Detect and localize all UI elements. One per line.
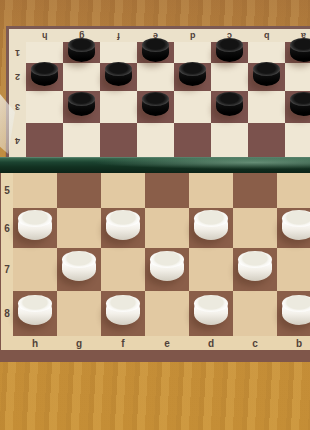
- square-c3[interactable]: [211, 91, 248, 123]
- file-label-text: h: [32, 338, 38, 349]
- file-label-text: c: [252, 338, 258, 349]
- square-h4[interactable]: [26, 123, 63, 158]
- square-g7[interactable]: [57, 248, 101, 291]
- rank-label-7: 7: [1, 248, 13, 291]
- board-grid-ranks-5-8: 5678hgfedcba: [1, 172, 310, 350]
- square-b8[interactable]: [277, 291, 310, 336]
- file-label-c: c: [233, 336, 277, 350]
- square-a1[interactable]: [285, 42, 310, 63]
- file-label-text: b: [264, 31, 270, 41]
- file-label-text: f: [117, 31, 120, 41]
- file-label-f: f: [101, 336, 145, 350]
- piece-white[interactable]: [282, 212, 310, 240]
- piece-white[interactable]: [106, 297, 140, 325]
- square-h2[interactable]: [26, 63, 63, 91]
- piece-black[interactable]: [216, 40, 243, 62]
- square-b3[interactable]: [248, 91, 285, 123]
- board-top-half: hgfedcba1234: [6, 26, 310, 161]
- square-h6[interactable]: [13, 208, 57, 248]
- file-label-text: f: [121, 338, 124, 349]
- square-g6[interactable]: [57, 208, 101, 248]
- square-e7[interactable]: [145, 248, 189, 291]
- piece-black[interactable]: [105, 64, 132, 86]
- square-d6[interactable]: [189, 208, 233, 248]
- file-label-h: h: [13, 336, 57, 350]
- square-f3[interactable]: [100, 91, 137, 123]
- board-bottom-half: 5678hgfedcba: [0, 172, 310, 362]
- square-a4[interactable]: [285, 123, 310, 158]
- square-g4[interactable]: [63, 123, 100, 158]
- square-g3[interactable]: [63, 91, 100, 123]
- square-c7[interactable]: [233, 248, 277, 291]
- piece-white[interactable]: [18, 212, 52, 240]
- square-f5[interactable]: [101, 172, 145, 208]
- piece-white[interactable]: [62, 253, 96, 281]
- piece-white[interactable]: [194, 212, 228, 240]
- square-e4[interactable]: [137, 123, 174, 158]
- file-label-text: h: [42, 31, 48, 41]
- piece-white[interactable]: [106, 212, 140, 240]
- rank-label-text: 5: [4, 185, 10, 196]
- rank-label-8: 8: [1, 291, 13, 336]
- square-h5[interactable]: [13, 172, 57, 208]
- square-e8[interactable]: [145, 291, 189, 336]
- piece-black[interactable]: [31, 64, 58, 86]
- square-g2[interactable]: [63, 63, 100, 91]
- board-margin-corner: [1, 336, 13, 350]
- square-f1[interactable]: [100, 42, 137, 63]
- piece-white[interactable]: [18, 297, 52, 325]
- rank-label-6: 6: [1, 208, 13, 248]
- piece-white[interactable]: [282, 297, 310, 325]
- square-h7[interactable]: [13, 248, 57, 291]
- rank-label-text: 1: [15, 48, 20, 58]
- square-c5[interactable]: [233, 172, 277, 208]
- piece-white[interactable]: [194, 297, 228, 325]
- square-h1[interactable]: [26, 42, 63, 63]
- square-f7[interactable]: [101, 248, 145, 291]
- file-label-d: d: [189, 336, 233, 350]
- file-label-h: h: [26, 29, 63, 42]
- square-f4[interactable]: [100, 123, 137, 158]
- piece-black[interactable]: [290, 94, 310, 116]
- square-b2[interactable]: [248, 63, 285, 91]
- square-c2[interactable]: [211, 63, 248, 91]
- rank-label-text: 2: [15, 72, 20, 82]
- rank-label-text: 6: [4, 223, 10, 234]
- rank-label-5: 5: [1, 172, 13, 208]
- square-e2[interactable]: [137, 63, 174, 91]
- file-label-b: b: [277, 336, 310, 350]
- file-label-f: f: [100, 29, 137, 42]
- file-label-text: b: [296, 338, 302, 349]
- rank-label-text: 7: [4, 264, 10, 275]
- square-e5[interactable]: [145, 172, 189, 208]
- piece-black[interactable]: [142, 94, 169, 116]
- square-d1[interactable]: [174, 42, 211, 63]
- rank-label-text: 4: [15, 136, 20, 146]
- square-b6[interactable]: [277, 208, 310, 248]
- file-label-g: g: [57, 336, 101, 350]
- square-f2[interactable]: [100, 63, 137, 91]
- board-margin-corner: [9, 29, 26, 42]
- piece-black[interactable]: [179, 64, 206, 86]
- piece-black[interactable]: [253, 64, 280, 86]
- square-a3[interactable]: [285, 91, 310, 123]
- piece-black[interactable]: [68, 94, 95, 116]
- square-d2[interactable]: [174, 63, 211, 91]
- square-e6[interactable]: [145, 208, 189, 248]
- file-label-d: d: [174, 29, 211, 42]
- square-h3[interactable]: [26, 91, 63, 123]
- square-d4[interactable]: [174, 123, 211, 158]
- board-hinge-bar: [0, 157, 310, 173]
- piece-black[interactable]: [216, 94, 243, 116]
- square-e3[interactable]: [137, 91, 174, 123]
- square-b4[interactable]: [248, 123, 285, 158]
- square-b1[interactable]: [248, 42, 285, 63]
- rank-label-2: 2: [9, 63, 26, 91]
- rank-label-1: 1: [9, 42, 26, 63]
- square-e1[interactable]: [137, 42, 174, 63]
- file-label-text: g: [76, 338, 82, 349]
- square-d8[interactable]: [189, 291, 233, 336]
- square-c4[interactable]: [211, 123, 248, 158]
- file-label-text: d: [190, 31, 196, 41]
- square-g8[interactable]: [57, 291, 101, 336]
- piece-black[interactable]: [68, 40, 95, 62]
- square-b5[interactable]: [277, 172, 310, 208]
- piece-white[interactable]: [150, 253, 184, 281]
- square-d7[interactable]: [189, 248, 233, 291]
- rank-label-text: 8: [4, 308, 10, 319]
- square-b7[interactable]: [277, 248, 310, 291]
- piece-white[interactable]: [238, 253, 272, 281]
- file-label-e: e: [145, 336, 189, 350]
- square-c6[interactable]: [233, 208, 277, 248]
- square-f8[interactable]: [101, 291, 145, 336]
- square-g1[interactable]: [63, 42, 100, 63]
- square-f6[interactable]: [101, 208, 145, 248]
- piece-black[interactable]: [290, 40, 310, 62]
- file-label-text: e: [164, 338, 170, 349]
- square-c8[interactable]: [233, 291, 277, 336]
- file-label-b: b: [248, 29, 285, 42]
- square-a2[interactable]: [285, 63, 310, 91]
- file-label-text: d: [208, 338, 214, 349]
- square-c1[interactable]: [211, 42, 248, 63]
- square-h8[interactable]: [13, 291, 57, 336]
- board-grid-ranks-1-4: hgfedcba1234: [9, 29, 310, 158]
- piece-black[interactable]: [142, 40, 169, 62]
- square-d3[interactable]: [174, 91, 211, 123]
- square-g5[interactable]: [57, 172, 101, 208]
- square-d5[interactable]: [189, 172, 233, 208]
- rank-label-text: 3: [15, 102, 20, 112]
